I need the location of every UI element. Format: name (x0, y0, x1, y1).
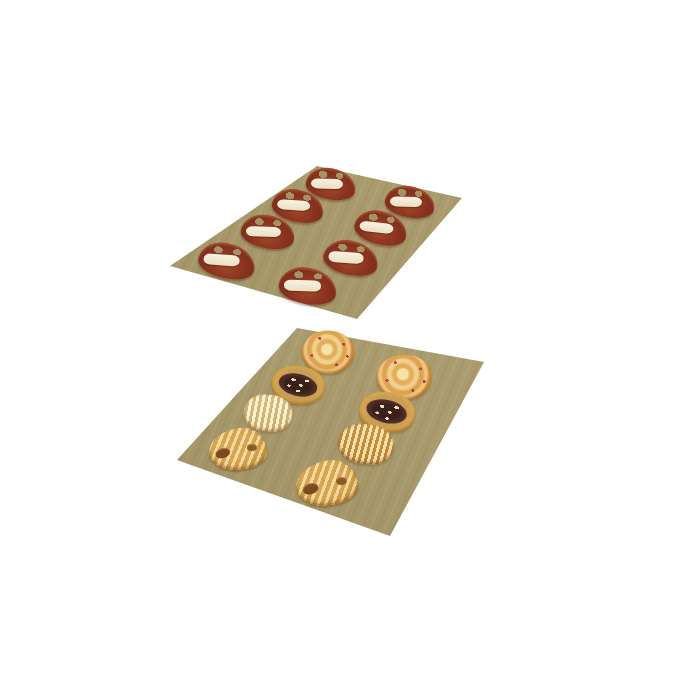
product-photo-stage (0, 0, 700, 700)
